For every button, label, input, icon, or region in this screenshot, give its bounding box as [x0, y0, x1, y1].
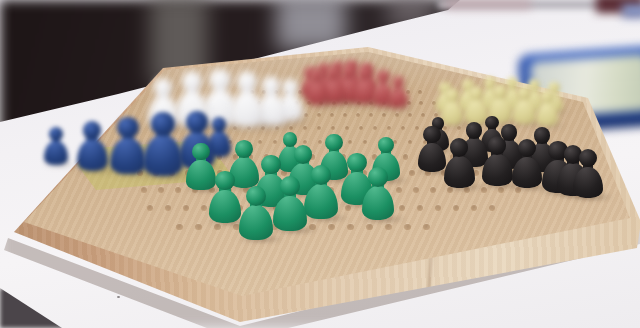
- pawn-body: [304, 184, 337, 219]
- pawn-body: [536, 103, 558, 126]
- green-pawn[interactable]: [362, 167, 395, 220]
- pawn-head: [518, 139, 536, 157]
- blue-pawn[interactable]: [77, 121, 108, 171]
- green-pawn[interactable]: [304, 165, 337, 219]
- pawn-body: [306, 81, 329, 105]
- pawn-body: [143, 135, 183, 176]
- green-pawn[interactable]: [209, 171, 241, 223]
- pawn-body: [482, 154, 513, 186]
- yellow-pawn[interactable]: [512, 86, 536, 124]
- pawn-head: [280, 176, 300, 196]
- pawn-body: [273, 196, 307, 231]
- pawn-head: [154, 78, 173, 97]
- pawn-head: [469, 86, 483, 100]
- pawn-head: [182, 71, 203, 92]
- pawn-head: [488, 136, 507, 155]
- black-pawn[interactable]: [512, 139, 542, 188]
- pawn-body: [388, 88, 408, 108]
- pawn-body: [110, 138, 145, 174]
- pawn-body: [512, 100, 536, 124]
- pawn-body: [362, 186, 395, 220]
- pawn-body: [77, 139, 108, 171]
- pawn-head: [262, 76, 281, 95]
- pawn-head: [540, 90, 553, 103]
- pawn-head: [209, 69, 230, 90]
- pawn-head: [310, 68, 324, 82]
- pawn-head: [325, 134, 342, 151]
- pawn-head: [246, 186, 266, 206]
- pawn-head: [151, 112, 175, 136]
- pawn-body: [573, 167, 603, 198]
- black-pawn[interactable]: [482, 136, 513, 186]
- blue-pawn[interactable]: [110, 117, 145, 174]
- pawn-head: [368, 167, 388, 187]
- pawn-body: [512, 157, 542, 188]
- pawn-head: [186, 111, 208, 133]
- blue-pawn[interactable]: [143, 112, 183, 176]
- pawn-head: [235, 140, 253, 158]
- pawn-head: [117, 117, 138, 138]
- pawn-head: [237, 71, 258, 92]
- green-pawn[interactable]: [273, 176, 307, 231]
- green-pawn[interactable]: [239, 186, 272, 240]
- pawn-head: [261, 155, 280, 174]
- pawn-head: [493, 84, 508, 99]
- yellow-pawn[interactable]: [536, 90, 558, 126]
- pawn-head: [517, 86, 531, 100]
- pawn-head: [192, 143, 209, 160]
- pawn-head: [445, 88, 459, 102]
- pawn-body: [209, 190, 241, 223]
- red-pawn[interactable]: [388, 76, 408, 108]
- pawn-body: [44, 141, 68, 165]
- black-pawn[interactable]: [444, 138, 475, 188]
- pawn-head: [49, 127, 63, 141]
- pawn-head: [392, 76, 404, 88]
- pawn-head: [83, 121, 102, 140]
- black-pawn[interactable]: [418, 126, 447, 172]
- pawn-body: [444, 156, 475, 188]
- pawn-head: [358, 66, 372, 80]
- black-pawn[interactable]: [573, 149, 603, 198]
- pawn-head: [215, 171, 234, 190]
- pawn-head: [378, 137, 394, 153]
- pawn-body: [230, 91, 265, 127]
- blue-pawn[interactable]: [44, 127, 68, 165]
- pawn-head: [294, 145, 313, 164]
- white-pawn[interactable]: [230, 71, 265, 127]
- red-pawn[interactable]: [306, 68, 329, 105]
- pawn-head: [450, 138, 469, 157]
- pieces-layer: [0, 0, 640, 328]
- table-speck: [117, 296, 120, 298]
- pawn-body: [418, 143, 447, 172]
- pawn-head: [423, 126, 440, 143]
- pawn-head: [466, 122, 483, 139]
- pawn-head: [579, 149, 597, 167]
- chinese-checkers-board-photo: [0, 0, 640, 328]
- pawn-body: [239, 205, 272, 240]
- pawn-head: [311, 165, 331, 185]
